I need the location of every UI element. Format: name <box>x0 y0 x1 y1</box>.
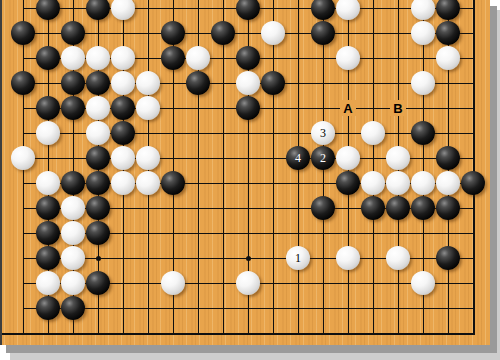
grid-line-vertical <box>223 0 224 335</box>
go-board[interactable]: 3421AB <box>0 0 500 360</box>
stone-white[interactable] <box>136 171 160 195</box>
stone-black[interactable]: 2 <box>311 146 335 170</box>
stone-black[interactable] <box>186 71 210 95</box>
board-edge-line-right <box>473 0 475 335</box>
stone-black[interactable] <box>411 121 435 145</box>
board-edge-line-bottom <box>0 333 475 335</box>
stone-white[interactable] <box>61 246 85 270</box>
stone-black[interactable] <box>161 21 185 45</box>
stone-white[interactable] <box>361 121 385 145</box>
stone-black[interactable] <box>436 246 460 270</box>
point-label-A: A <box>340 100 356 116</box>
stone-black[interactable] <box>436 21 460 45</box>
stone-black[interactable] <box>436 146 460 170</box>
stone-black[interactable] <box>11 71 35 95</box>
star-point <box>96 256 101 261</box>
stone-white[interactable] <box>411 271 435 295</box>
stone-black[interactable]: 4 <box>286 146 310 170</box>
stone-white[interactable] <box>161 271 185 295</box>
stone-white[interactable] <box>111 71 135 95</box>
stone-black[interactable] <box>111 121 135 145</box>
stone-white[interactable]: 3 <box>311 121 335 145</box>
stone-black[interactable] <box>36 96 60 120</box>
stone-black[interactable] <box>61 21 85 45</box>
stone-black[interactable] <box>361 196 385 220</box>
stone-white[interactable] <box>36 271 60 295</box>
board-drop-shadow-bottom-outer <box>10 353 500 360</box>
stone-white[interactable] <box>386 171 410 195</box>
stone-white[interactable] <box>61 46 85 70</box>
stone-white[interactable] <box>386 146 410 170</box>
move-number-2: 2 <box>320 152 326 164</box>
grid-line-horizontal <box>23 308 474 309</box>
point-label-B: B <box>390 100 406 116</box>
stone-black[interactable] <box>261 71 285 95</box>
stone-white[interactable] <box>111 46 135 70</box>
stone-black[interactable] <box>161 171 185 195</box>
stone-white[interactable] <box>336 146 360 170</box>
stone-black[interactable] <box>386 196 410 220</box>
grid-line-horizontal <box>23 33 474 34</box>
stone-white[interactable] <box>386 246 410 270</box>
stone-black[interactable] <box>236 96 260 120</box>
stone-black[interactable] <box>461 171 485 195</box>
stone-black[interactable] <box>36 46 60 70</box>
stone-white[interactable] <box>11 146 35 170</box>
stone-black[interactable] <box>211 21 235 45</box>
move-number-4: 4 <box>295 152 301 164</box>
stone-white[interactable] <box>61 271 85 295</box>
grid-line-vertical <box>273 0 274 335</box>
stone-black[interactable] <box>436 196 460 220</box>
stone-black[interactable] <box>61 171 85 195</box>
stone-white[interactable]: 1 <box>286 246 310 270</box>
stone-white[interactable] <box>36 121 60 145</box>
star-point <box>246 256 251 261</box>
stone-white[interactable] <box>61 196 85 220</box>
stone-black[interactable] <box>86 171 110 195</box>
stone-black[interactable] <box>411 196 435 220</box>
stone-black[interactable] <box>36 196 60 220</box>
stone-white[interactable] <box>86 96 110 120</box>
stone-white[interactable] <box>261 21 285 45</box>
stone-black[interactable] <box>336 171 360 195</box>
stone-black[interactable] <box>311 196 335 220</box>
board-drop-shadow-right <box>490 6 497 360</box>
stone-black[interactable] <box>36 296 60 320</box>
stone-black[interactable] <box>36 246 60 270</box>
stone-black[interactable] <box>111 96 135 120</box>
stone-white[interactable] <box>111 146 135 170</box>
move-number-3: 3 <box>320 127 326 139</box>
stone-white[interactable] <box>136 71 160 95</box>
stone-black[interactable] <box>86 221 110 245</box>
stone-white[interactable] <box>411 21 435 45</box>
stone-white[interactable] <box>86 46 110 70</box>
board-drop-shadow-bottom <box>6 345 497 353</box>
stone-white[interactable] <box>136 146 160 170</box>
stone-white[interactable] <box>186 46 210 70</box>
go-board-widget: 3421AB <box>0 0 500 360</box>
stone-black[interactable] <box>61 296 85 320</box>
stone-black[interactable] <box>36 221 60 245</box>
stone-black[interactable] <box>161 46 185 70</box>
stone-white[interactable] <box>236 271 260 295</box>
stone-black[interactable] <box>86 71 110 95</box>
grid-line-vertical <box>373 0 374 335</box>
stone-white[interactable] <box>86 121 110 145</box>
stone-white[interactable] <box>436 46 460 70</box>
stone-black[interactable] <box>61 96 85 120</box>
stone-white[interactable] <box>436 171 460 195</box>
stone-white[interactable] <box>411 171 435 195</box>
stone-white[interactable] <box>336 246 360 270</box>
widget-left-border <box>0 0 2 345</box>
stone-black[interactable] <box>311 21 335 45</box>
stone-black[interactable] <box>61 71 85 95</box>
stone-white[interactable] <box>336 46 360 70</box>
stone-black[interactable] <box>86 146 110 170</box>
stone-white[interactable] <box>36 171 60 195</box>
stone-black[interactable] <box>86 196 110 220</box>
stone-white[interactable] <box>361 171 385 195</box>
stone-black[interactable] <box>86 271 110 295</box>
stone-white[interactable] <box>111 171 135 195</box>
move-number-1: 1 <box>295 252 301 264</box>
stone-white[interactable] <box>61 221 85 245</box>
stone-white[interactable] <box>236 71 260 95</box>
stone-black[interactable] <box>236 46 260 70</box>
stone-white[interactable] <box>136 96 160 120</box>
stone-black[interactable] <box>11 21 35 45</box>
stone-white[interactable] <box>411 71 435 95</box>
